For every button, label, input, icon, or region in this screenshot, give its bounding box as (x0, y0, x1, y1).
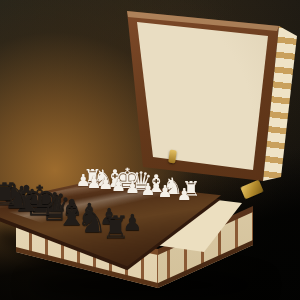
piece-white-pawn: ♟ (157, 184, 174, 201)
piece-white-pawn: ♟ (176, 187, 193, 204)
piece-white-pawn: ♟ (75, 173, 92, 190)
pieces-layer: ♜♞♝♛♚♝♞♜♟♟♟♟♟♟♟♟♟♟♟♟♟♟♟♟♜♞♝♛♚♝♞♜ (0, 0, 300, 300)
chess-box-photo: ♜♞♝♛♚♝♞♜♟♟♟♟♟♟♟♟♟♟♟♟♟♟♟♟♜♞♝♛♚♝♞♜ (0, 0, 300, 300)
piece-black-rook: ♜ (0, 179, 21, 210)
piece-white-pawn: ♟ (140, 182, 157, 199)
